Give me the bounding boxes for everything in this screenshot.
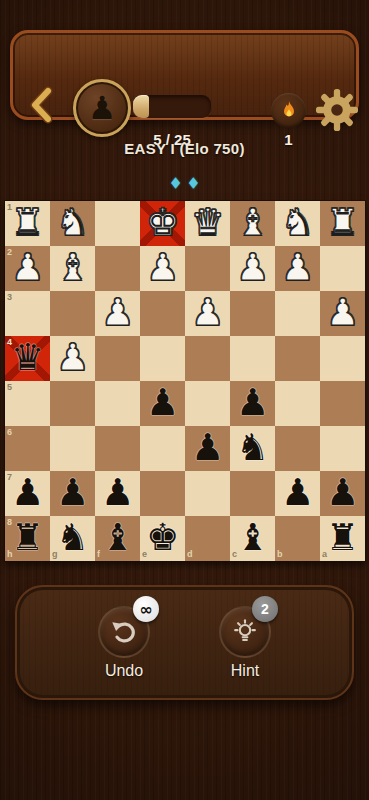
square-f6[interactable] [95, 426, 140, 471]
white-pawn: ♟ [320, 291, 365, 336]
square-a5[interactable] [320, 381, 365, 426]
file-label-d: d [187, 550, 193, 559]
rank-label-6: 6 [7, 428, 12, 437]
square-f8[interactable]: f♝ [95, 516, 140, 561]
square-c5[interactable]: ♟ [230, 381, 275, 426]
pawn-avatar-icon: ♟ [88, 92, 117, 124]
square-d4[interactable] [185, 336, 230, 381]
square-e7[interactable] [140, 471, 185, 516]
square-g5[interactable] [50, 381, 95, 426]
square-d7[interactable] [185, 471, 230, 516]
square-e5[interactable]: ♟ [140, 381, 185, 426]
square-h2[interactable]: 2♟ [5, 246, 50, 291]
square-g4[interactable]: ♟ [50, 336, 95, 381]
square-a7[interactable]: ♟ [320, 471, 365, 516]
streak-badge[interactable] [271, 93, 306, 128]
black-knight: ♞ [230, 426, 275, 471]
gem-indicators: ◆ ◆ [0, 172, 369, 190]
square-c1[interactable]: ♝ [230, 201, 275, 246]
square-e6[interactable] [140, 426, 185, 471]
square-d6[interactable]: ♟ [185, 426, 230, 471]
square-a8[interactable]: a♜ [320, 516, 365, 561]
rank-label-2: 2 [7, 248, 12, 257]
square-e3[interactable] [140, 291, 185, 336]
square-c4[interactable] [230, 336, 275, 381]
chess-board: 1♜♞♚♛♝♞♜2♟♝♟♟♟3♟♟♟4♛♟5♟♟6♟♞7♟♟♟♟♟8h♜g♞f♝… [5, 201, 365, 561]
square-h8[interactable]: 8h♜ [5, 516, 50, 561]
square-e8[interactable]: e♚ [140, 516, 185, 561]
level-title: EASY I (Elo 750) [0, 140, 369, 157]
square-b5[interactable] [275, 381, 320, 426]
black-pawn: ♟ [185, 426, 230, 471]
bottom-panel [15, 585, 354, 700]
square-d5[interactable] [185, 381, 230, 426]
black-pawn: ♟ [275, 471, 320, 516]
chevron-left-icon [27, 86, 57, 124]
file-label-f: f [97, 550, 100, 559]
progress-fill [133, 95, 149, 118]
white-queen: ♛ [185, 201, 230, 246]
settings-button[interactable] [316, 89, 358, 131]
file-label-b: b [277, 550, 283, 559]
white-knight: ♞ [275, 201, 320, 246]
white-king: ♚ [140, 201, 185, 246]
file-label-h: h [7, 550, 13, 559]
white-pawn: ♟ [95, 291, 140, 336]
square-f1[interactable] [95, 201, 140, 246]
rank-label-7: 7 [7, 473, 12, 482]
square-a3[interactable]: ♟ [320, 291, 365, 336]
square-e1[interactable]: ♚ [140, 201, 185, 246]
rank-label-4: 4 [7, 338, 12, 347]
square-b8[interactable]: b [275, 516, 320, 561]
white-pawn: ♟ [140, 246, 185, 291]
square-f3[interactable]: ♟ [95, 291, 140, 336]
square-f7[interactable]: ♟ [95, 471, 140, 516]
square-d2[interactable] [185, 246, 230, 291]
black-pawn: ♟ [320, 471, 365, 516]
square-g2[interactable]: ♝ [50, 246, 95, 291]
square-c7[interactable] [230, 471, 275, 516]
square-b2[interactable]: ♟ [275, 246, 320, 291]
square-c6[interactable]: ♞ [230, 426, 275, 471]
square-h7[interactable]: 7♟ [5, 471, 50, 516]
app-screen: ♟ 5 / 25 1 [0, 0, 369, 800]
square-d3[interactable]: ♟ [185, 291, 230, 336]
file-label-g: g [52, 550, 58, 559]
square-a2[interactable] [320, 246, 365, 291]
square-f5[interactable] [95, 381, 140, 426]
file-label-a: a [322, 550, 327, 559]
black-pawn: ♟ [230, 381, 275, 426]
square-g8[interactable]: g♞ [50, 516, 95, 561]
square-b7[interactable]: ♟ [275, 471, 320, 516]
white-bishop: ♝ [50, 246, 95, 291]
rank-label-8: 8 [7, 518, 12, 527]
level-progress-bar [133, 95, 211, 118]
black-pawn: ♟ [50, 471, 95, 516]
square-d8[interactable]: d [185, 516, 230, 561]
undo-count-badge: ∞ [133, 596, 159, 622]
white-bishop: ♝ [230, 201, 275, 246]
hint-label: Hint [195, 662, 295, 680]
flame-icon [279, 100, 299, 122]
white-knight: ♞ [50, 201, 95, 246]
square-a1[interactable]: ♜ [320, 201, 365, 246]
hint-count: 2 [261, 601, 269, 617]
file-label-e: e [142, 550, 147, 559]
square-b1[interactable]: ♞ [275, 201, 320, 246]
square-g7[interactable]: ♟ [50, 471, 95, 516]
square-f4[interactable] [95, 336, 140, 381]
rank-label-1: 1 [7, 203, 12, 212]
black-pawn: ♟ [95, 471, 140, 516]
lightbulb-icon [230, 617, 260, 647]
black-pawn: ♟ [140, 381, 185, 426]
file-label-c: c [232, 550, 237, 559]
undo-arrow-icon [109, 617, 139, 647]
rank-label-3: 3 [7, 293, 12, 302]
square-c3[interactable] [230, 291, 275, 336]
square-b6[interactable] [275, 426, 320, 471]
square-e4[interactable] [140, 336, 185, 381]
square-b3[interactable] [275, 291, 320, 336]
square-c2[interactable]: ♟ [230, 246, 275, 291]
gear-icon [316, 89, 358, 131]
hint-count-badge: 2 [252, 596, 278, 622]
square-h5[interactable]: 5 [5, 381, 50, 426]
square-b4[interactable] [275, 336, 320, 381]
white-pawn: ♟ [50, 336, 95, 381]
infinity-icon: ∞ [139, 600, 152, 619]
diamond-icon: ◆ [171, 173, 180, 191]
square-h1[interactable]: 1♜ [5, 201, 50, 246]
square-g1[interactable]: ♞ [50, 201, 95, 246]
undo-label: Undo [74, 662, 174, 680]
square-h6[interactable]: 6 [5, 426, 50, 471]
player-avatar[interactable]: ♟ [73, 79, 131, 137]
black-bishop: ♝ [95, 516, 140, 561]
white-pawn: ♟ [185, 291, 230, 336]
white-pawn: ♟ [275, 246, 320, 291]
square-g6[interactable] [50, 426, 95, 471]
rank-label-5: 5 [7, 383, 12, 392]
top-bar: ♟ 5 / 25 1 [10, 30, 359, 120]
square-h4[interactable]: 4♛ [5, 336, 50, 381]
diamond-icon: ◆ [189, 173, 198, 191]
square-d1[interactable]: ♛ [185, 201, 230, 246]
square-e2[interactable]: ♟ [140, 246, 185, 291]
square-g3[interactable] [50, 291, 95, 336]
white-pawn: ♟ [230, 246, 275, 291]
square-f2[interactable] [95, 246, 140, 291]
square-c8[interactable]: c♝ [230, 516, 275, 561]
back-button[interactable] [27, 86, 57, 124]
white-rook: ♜ [320, 201, 365, 246]
square-a4[interactable] [320, 336, 365, 381]
square-a6[interactable] [320, 426, 365, 471]
square-h3[interactable]: 3 [5, 291, 50, 336]
